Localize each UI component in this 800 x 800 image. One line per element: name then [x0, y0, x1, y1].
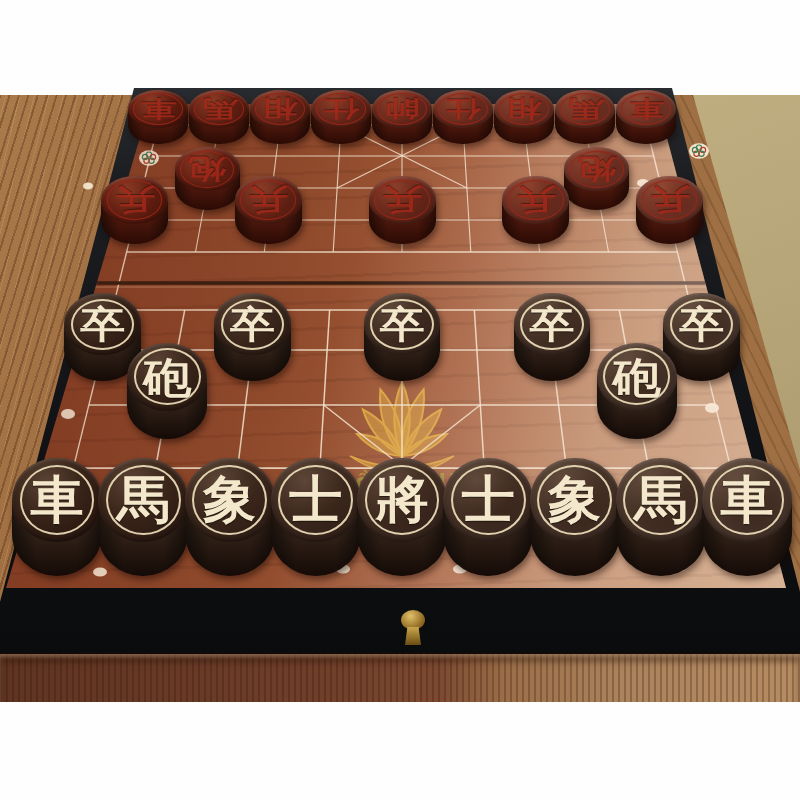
piece-face: 士 — [271, 458, 361, 543]
piece-red-elephant[interactable]: 相 — [494, 90, 554, 144]
piece-character: 兵 — [502, 176, 569, 224]
piece-face: 砲 — [597, 343, 678, 411]
piece-black-elephant[interactable]: 象 — [530, 458, 620, 577]
piece-face: 炮 — [175, 147, 240, 191]
piece-red-horse[interactable]: 馬 — [189, 90, 249, 144]
piece-character: 馬 — [189, 90, 249, 128]
piece-red-cannon[interactable]: 炮 — [175, 147, 240, 210]
piece-character: 兵 — [369, 176, 436, 224]
piece-character: 炮 — [175, 147, 240, 191]
piece-black-cannon[interactable]: 砲 — [127, 343, 208, 439]
piece-face: 象 — [530, 458, 620, 543]
photo-letterbox-bottom — [0, 702, 800, 800]
piece-black-cannon[interactable]: 砲 — [597, 343, 678, 439]
piece-face: 仕 — [433, 90, 493, 128]
piece-character: 象 — [530, 458, 620, 543]
piece-red-general[interactable]: 帥 — [372, 90, 432, 144]
piece-character: 相 — [250, 90, 310, 128]
piece-character: 兵 — [636, 176, 703, 224]
piece-red-cannon[interactable]: 炮 — [564, 147, 629, 210]
piece-character: 仕 — [433, 90, 493, 128]
piece-red-elephant[interactable]: 相 — [250, 90, 310, 144]
piece-character: 兵 — [101, 176, 168, 224]
piece-face: 帥 — [372, 90, 432, 128]
piece-character: 車 — [702, 458, 792, 543]
piece-black-general[interactable]: 將 — [357, 458, 447, 577]
piece-character: 車 — [616, 90, 676, 128]
piece-face: 將 — [357, 458, 447, 543]
piece-black-elephant[interactable]: 象 — [185, 458, 275, 577]
piece-face: 仕 — [311, 90, 371, 128]
piece-red-soldier[interactable]: 兵 — [235, 176, 302, 244]
table-front-edge — [0, 652, 800, 704]
piece-character: 卒 — [364, 293, 441, 355]
piece-red-advisor[interactable]: 仕 — [311, 90, 371, 144]
piece-face: 士 — [443, 458, 533, 543]
piece-face: 卒 — [214, 293, 291, 355]
piece-face: 馬 — [616, 458, 706, 543]
brass-clasp — [394, 610, 432, 656]
piece-red-soldier[interactable]: 兵 — [636, 176, 703, 244]
piece-character: 士 — [271, 458, 361, 543]
piece-character: 兵 — [235, 176, 302, 224]
piece-character: 卒 — [214, 293, 291, 355]
piece-face: 馬 — [555, 90, 615, 128]
piece-character: 馬 — [555, 90, 615, 128]
piece-character: 仕 — [311, 90, 371, 128]
piece-face: 炮 — [564, 147, 629, 191]
piece-black-chariot[interactable]: 車 — [12, 458, 102, 577]
piece-character: 相 — [494, 90, 554, 128]
piece-red-chariot[interactable]: 車 — [128, 90, 188, 144]
piece-red-soldier[interactable]: 兵 — [502, 176, 569, 244]
piece-face: 卒 — [514, 293, 591, 355]
piece-black-soldier[interactable]: 卒 — [514, 293, 591, 381]
piece-face: 相 — [494, 90, 554, 128]
piece-face: 兵 — [502, 176, 569, 224]
piece-face: 象 — [185, 458, 275, 543]
piece-face: 車 — [12, 458, 102, 543]
piece-face: 卒 — [364, 293, 441, 355]
piece-character: 車 — [12, 458, 102, 543]
piece-face: 車 — [128, 90, 188, 128]
piece-character: 砲 — [597, 343, 678, 411]
piece-character: 帥 — [372, 90, 432, 128]
piece-black-advisor[interactable]: 士 — [443, 458, 533, 577]
piece-character: 馬 — [616, 458, 706, 543]
piece-face: 兵 — [369, 176, 436, 224]
xiangqi-photo-scene: Đồ Gỗ HN 車馬相仕帥仕相馬車炮炮兵兵兵兵兵卒卒卒卒卒砲砲車馬象士將士象馬… — [0, 0, 800, 800]
piece-character: 車 — [128, 90, 188, 128]
piece-red-advisor[interactable]: 仕 — [433, 90, 493, 144]
piece-character: 馬 — [98, 458, 188, 543]
piece-red-horse[interactable]: 馬 — [555, 90, 615, 144]
piece-red-soldier[interactable]: 兵 — [101, 176, 168, 244]
piece-black-horse[interactable]: 馬 — [98, 458, 188, 577]
piece-character: 象 — [185, 458, 275, 543]
piece-face: 車 — [616, 90, 676, 128]
piece-character: 卒 — [514, 293, 591, 355]
piece-face: 兵 — [235, 176, 302, 224]
piece-character: 砲 — [127, 343, 208, 411]
piece-character: 炮 — [564, 147, 629, 191]
piece-black-chariot[interactable]: 車 — [702, 458, 792, 577]
piece-red-soldier[interactable]: 兵 — [369, 176, 436, 244]
piece-black-horse[interactable]: 馬 — [616, 458, 706, 577]
piece-black-advisor[interactable]: 士 — [271, 458, 361, 577]
piece-face: 車 — [702, 458, 792, 543]
piece-face: 馬 — [98, 458, 188, 543]
piece-character: 將 — [357, 458, 447, 543]
clasp-plate-icon — [405, 627, 421, 645]
piece-black-soldier[interactable]: 卒 — [214, 293, 291, 381]
piece-face: 兵 — [636, 176, 703, 224]
piece-face: 相 — [250, 90, 310, 128]
piece-face: 兵 — [101, 176, 168, 224]
piece-red-chariot[interactable]: 車 — [616, 90, 676, 144]
piece-character: 士 — [443, 458, 533, 543]
piece-face: 砲 — [127, 343, 208, 411]
piece-black-soldier[interactable]: 卒 — [364, 293, 441, 381]
piece-face: 馬 — [189, 90, 249, 128]
